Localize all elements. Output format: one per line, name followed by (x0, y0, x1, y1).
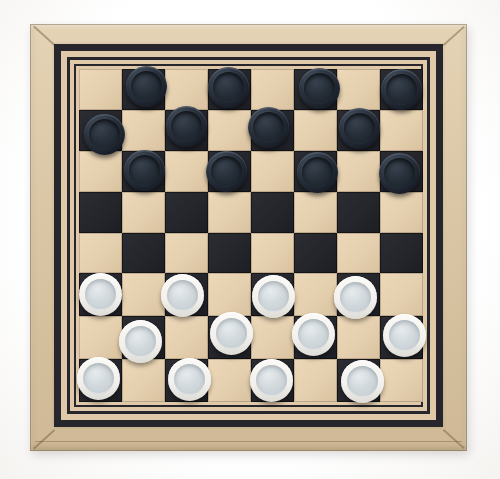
square-r8c6 (294, 359, 337, 402)
wooden-board-frame (30, 24, 467, 451)
square-r4c8 (380, 192, 423, 233)
square-r3c3 (165, 151, 208, 192)
square-r4c6 (294, 192, 337, 233)
square-r1c6[interactable] (294, 69, 337, 110)
square-r1c1 (79, 69, 122, 110)
checkers-board (79, 69, 418, 402)
square-r6c1[interactable] (79, 273, 122, 316)
border-pinstripe-medium (67, 57, 430, 414)
square-r2c7[interactable] (337, 110, 380, 151)
white-piece-r8c1[interactable] (77, 357, 120, 400)
square-r2c2 (122, 110, 165, 151)
square-r7c4[interactable] (208, 316, 251, 359)
black-piece-r3c4[interactable] (206, 151, 247, 192)
square-r6c6 (294, 273, 337, 316)
black-piece-r2c3[interactable] (166, 106, 207, 147)
white-piece-r8c7[interactable] (341, 360, 384, 403)
square-r5c2[interactable] (122, 233, 165, 274)
square-r5c7 (337, 233, 380, 274)
photo-background (0, 0, 500, 479)
white-piece-r6c7[interactable] (334, 276, 377, 319)
square-r3c2[interactable] (122, 151, 165, 192)
white-piece-r7c4[interactable] (210, 312, 253, 355)
white-piece-r7c8[interactable] (383, 314, 426, 357)
square-r4c1[interactable] (79, 192, 122, 233)
square-r2c3[interactable] (165, 110, 208, 151)
square-r1c7 (337, 69, 380, 110)
square-r1c3 (165, 69, 208, 110)
square-r3c8[interactable] (380, 151, 423, 192)
black-piece-r2c1[interactable] (84, 114, 125, 155)
square-r7c1 (79, 316, 122, 359)
square-r3c7 (337, 151, 380, 192)
black-piece-r1c6[interactable] (299, 68, 340, 109)
square-r5c4[interactable] (208, 233, 251, 274)
square-r5c5 (251, 233, 294, 274)
frame-mitre-seam (33, 26, 55, 46)
square-r8c8 (380, 359, 423, 402)
black-piece-r3c6[interactable] (297, 152, 338, 193)
square-r7c6[interactable] (294, 316, 337, 359)
white-piece-r7c2[interactable] (119, 320, 162, 363)
square-r1c2[interactable] (122, 69, 165, 110)
black-piece-r3c2[interactable] (124, 150, 165, 191)
square-r4c5[interactable] (251, 192, 294, 233)
black-piece-r1c4[interactable] (208, 67, 249, 108)
black-piece-r1c2[interactable] (126, 66, 167, 107)
square-r3c6[interactable] (294, 151, 337, 192)
square-r5c1 (79, 233, 122, 274)
frame-mitre-seam (442, 26, 464, 46)
white-piece-r6c5[interactable] (252, 275, 295, 318)
square-r6c3[interactable] (165, 273, 208, 316)
black-piece-r3c8[interactable] (379, 153, 420, 194)
square-r8c5[interactable] (251, 359, 294, 402)
square-r2c1[interactable] (79, 110, 122, 151)
square-r7c3 (165, 316, 208, 359)
square-r4c3[interactable] (165, 192, 208, 233)
square-r8c1[interactable] (79, 359, 122, 402)
square-r3c5 (251, 151, 294, 192)
square-r5c8[interactable] (380, 233, 423, 274)
square-r7c5 (251, 316, 294, 359)
square-r6c4 (208, 273, 251, 316)
black-piece-r2c5[interactable] (248, 107, 289, 148)
square-r2c6 (294, 110, 337, 151)
square-r7c8[interactable] (380, 316, 423, 359)
frame-mitre-seam (442, 429, 464, 449)
white-piece-r8c5[interactable] (250, 359, 293, 402)
square-r1c4[interactable] (208, 69, 251, 110)
square-r4c7[interactable] (337, 192, 380, 233)
black-piece-r1c8[interactable] (381, 69, 422, 110)
square-r2c8 (380, 110, 423, 151)
square-r3c4[interactable] (208, 151, 251, 192)
border-pinstripe-thick (54, 44, 443, 427)
square-r6c8 (380, 273, 423, 316)
square-r2c4 (208, 110, 251, 151)
black-piece-r2c7[interactable] (339, 108, 380, 149)
frame-mitre-seam (33, 429, 55, 449)
square-r8c2 (122, 359, 165, 402)
board-surface (54, 44, 443, 427)
white-piece-r8c3[interactable] (168, 358, 211, 401)
square-r6c2 (122, 273, 165, 316)
square-r8c7[interactable] (337, 359, 380, 402)
square-r4c2 (122, 192, 165, 233)
square-r5c6[interactable] (294, 233, 337, 274)
square-r7c2[interactable] (122, 316, 165, 359)
white-piece-r7c6[interactable] (292, 313, 335, 356)
square-r7c7 (337, 316, 380, 359)
border-pinstripe-thin (74, 64, 423, 407)
square-r8c3[interactable] (165, 359, 208, 402)
square-r2c5[interactable] (251, 110, 294, 151)
square-r3c1 (79, 151, 122, 192)
white-piece-r6c1[interactable] (79, 273, 122, 316)
square-r5c3 (165, 233, 208, 274)
square-r1c5 (251, 69, 294, 110)
square-r1c8[interactable] (380, 69, 423, 110)
square-r6c7[interactable] (337, 273, 380, 316)
frame-groove (35, 441, 462, 443)
square-r6c5[interactable] (251, 273, 294, 316)
square-r8c4 (208, 359, 251, 402)
square-r4c4 (208, 192, 251, 233)
white-piece-r6c3[interactable] (161, 274, 204, 317)
